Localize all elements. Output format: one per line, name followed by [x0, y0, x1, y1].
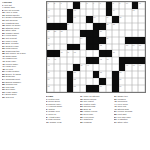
- across-clue-list: ACROSS1. Wet dirt4. Sharp bark8. Tiny bi…: [2, 1, 44, 99]
- cell-number: 29: [80, 37, 82, 39]
- cell-number: 13: [74, 9, 76, 11]
- cell-number: 35: [139, 44, 141, 46]
- cell-number: 60: [119, 85, 121, 87]
- cell-number: 20: [119, 16, 121, 18]
- white-cell: [138, 85, 145, 92]
- cell-number: 45: [80, 64, 82, 66]
- cell-number: 5: [87, 2, 88, 4]
- cell-number: 24: [47, 30, 49, 32]
- cell-number: 44: [47, 64, 49, 66]
- clue-column-bottom-3: 37. Shade tree39. Finished42. Uncooked44…: [114, 95, 145, 149]
- cell-number: 7: [100, 2, 101, 4]
- cell-number: 38: [74, 51, 76, 53]
- cell-number: 16: [47, 16, 49, 18]
- white-cell: [138, 30, 145, 37]
- clue-column-bottom-2: 11. Make an attempt15. Sheep sound19. Ti…: [80, 95, 111, 149]
- cell-number: 14: [113, 9, 115, 11]
- cell-number: 37: [67, 51, 69, 53]
- cell-number: 18: [93, 16, 95, 18]
- cell-number: 10: [126, 2, 128, 4]
- white-cell: [138, 16, 145, 23]
- cell-number: 43: [106, 58, 108, 60]
- cell-number: 47: [126, 64, 128, 66]
- clue-column-bottom-1: DOWN1. Molten rock2. Troop group3. Narro…: [46, 95, 77, 149]
- cell-number: 51: [74, 71, 76, 73]
- white-cell: 35: [138, 44, 145, 51]
- cell-number: 49: [139, 64, 141, 66]
- cell-number: 40: [47, 58, 49, 60]
- cell-number: 42: [100, 58, 102, 60]
- clue: 65. Golf peg: [2, 96, 44, 99]
- cell-number: 3: [60, 2, 61, 4]
- cell-number: 6: [93, 2, 94, 4]
- cell-number: 55: [74, 78, 76, 80]
- white-cell: 11: [138, 2, 145, 9]
- white-cell: [138, 71, 145, 78]
- cell-number: 21: [67, 23, 69, 25]
- cell-number: 56: [119, 78, 121, 80]
- clue-number: 61.: [114, 121, 117, 123]
- white-cell: 49: [138, 64, 145, 71]
- cell-number: 12: [47, 9, 49, 11]
- cell-number: 9: [119, 2, 120, 4]
- white-cell: [138, 9, 145, 16]
- cell-number: 11: [139, 2, 141, 4]
- cell-number: 52: [100, 71, 102, 73]
- cell-number: 26: [60, 30, 62, 32]
- cell-number: 28: [47, 37, 49, 39]
- cell-number: 19: [106, 16, 108, 18]
- cell-number: 34: [132, 44, 134, 46]
- cell-number: 53: [119, 71, 121, 73]
- black-cell: [138, 57, 145, 64]
- cell-number: 15: [132, 9, 134, 11]
- cell-number: 22: [106, 23, 108, 25]
- cell-number: 30: [106, 37, 108, 39]
- cell-number: 46: [87, 64, 89, 66]
- white-cell: [138, 78, 145, 85]
- cell-number: 36: [60, 51, 62, 53]
- black-cell: [138, 37, 145, 44]
- cell-number: 41: [54, 58, 56, 60]
- cell-number: 39: [113, 51, 115, 53]
- clue: 61. Sticky strip: [114, 121, 145, 124]
- white-cell: [138, 23, 145, 30]
- clue-number: 36.: [80, 121, 83, 123]
- clue-number: 65.: [2, 96, 5, 98]
- cell-number: 2: [54, 2, 55, 4]
- cell-number: 50: [47, 71, 49, 73]
- cell-number: 33: [126, 44, 128, 46]
- cell-number: 58: [74, 85, 76, 87]
- cell-number: 57: [47, 85, 49, 87]
- white-cell: [138, 50, 145, 57]
- clue: 10. Craggy peak: [46, 121, 77, 124]
- cell-number: 1: [47, 2, 48, 4]
- cell-number: 27: [100, 30, 102, 32]
- clue: 36. Possess: [80, 121, 111, 124]
- cell-number: 54: [47, 78, 49, 80]
- cell-number: 4: [80, 2, 81, 4]
- down-clue-list-2: 11. Make an attempt15. Sheep sound19. Ti…: [80, 95, 111, 123]
- down-clue-list-3: 37. Shade tree39. Finished42. Uncooked44…: [114, 95, 145, 123]
- clue-column-left: ACROSS1. Wet dirt4. Sharp bark8. Tiny bi…: [2, 1, 44, 149]
- clue-number: 10.: [46, 121, 49, 123]
- cell-number: 32: [100, 44, 102, 46]
- cell-number: 25: [54, 30, 56, 32]
- cell-number: 17: [74, 16, 76, 18]
- cell-number: 48: [132, 64, 134, 66]
- cell-number: 59: [100, 85, 102, 87]
- cell-number: 23: [113, 23, 115, 25]
- down-clue-list-1: DOWN1. Molten rock2. Troop group3. Narro…: [46, 95, 77, 123]
- crossword-grid: 1234567891011121314151617181920212223242…: [46, 1, 146, 93]
- cell-number: 8: [113, 2, 114, 4]
- cell-number: 31: [47, 44, 49, 46]
